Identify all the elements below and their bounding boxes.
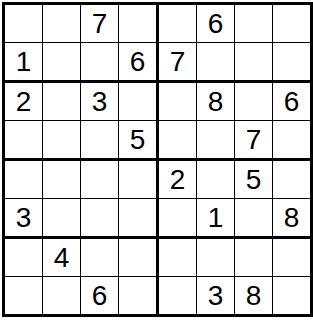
cell-r8c2[interactable] <box>43 277 81 314</box>
cell-r4c5[interactable] <box>159 121 197 161</box>
cell-r7c6[interactable] <box>197 239 235 277</box>
cell-r3c2[interactable] <box>43 83 81 121</box>
cell-r7c4[interactable] <box>119 239 159 277</box>
cell-r3c4[interactable] <box>119 83 159 121</box>
cell-r1c8[interactable] <box>273 5 310 43</box>
given-digit-r4c7[interactable]: 7 <box>235 121 273 161</box>
cell-r8c1[interactable] <box>5 277 43 314</box>
given-digit-r3c3[interactable]: 3 <box>81 83 119 121</box>
cell-r1c1[interactable] <box>5 5 43 43</box>
cell-r5c4[interactable] <box>119 161 159 199</box>
cell-r5c2[interactable] <box>43 161 81 199</box>
cell-r2c6[interactable] <box>197 43 235 83</box>
given-digit-r3c1[interactable]: 2 <box>5 83 43 121</box>
cell-r5c1[interactable] <box>5 161 43 199</box>
cell-r7c5[interactable] <box>159 239 197 277</box>
given-digit-r2c5[interactable]: 7 <box>159 43 197 83</box>
cell-r5c6[interactable] <box>197 161 235 199</box>
cell-r6c5[interactable] <box>159 199 197 239</box>
cell-r5c8[interactable] <box>273 161 310 199</box>
cell-r2c7[interactable] <box>235 43 273 83</box>
given-digit-r5c7[interactable]: 5 <box>235 161 273 199</box>
page: 76167238657253184638 <box>0 0 312 320</box>
cell-r3c7[interactable] <box>235 83 273 121</box>
given-digit-r1c3[interactable]: 7 <box>81 5 119 43</box>
given-digit-r3c6[interactable]: 8 <box>197 83 235 121</box>
given-digit-r4c4[interactable]: 5 <box>119 121 159 161</box>
cell-r2c8[interactable] <box>273 43 310 83</box>
cell-r7c3[interactable] <box>81 239 119 277</box>
cell-r2c2[interactable] <box>43 43 81 83</box>
given-digit-r2c1[interactable]: 1 <box>5 43 43 83</box>
given-digit-r5c5[interactable]: 2 <box>159 161 197 199</box>
cell-r8c4[interactable] <box>119 277 159 314</box>
given-digit-r3c8[interactable]: 6 <box>273 83 310 121</box>
given-digit-r6c6[interactable]: 1 <box>197 199 235 239</box>
cell-r2c3[interactable] <box>81 43 119 83</box>
cell-r4c1[interactable] <box>5 121 43 161</box>
cell-r6c3[interactable] <box>81 199 119 239</box>
given-digit-r8c3[interactable]: 6 <box>81 277 119 314</box>
cell-r5c3[interactable] <box>81 161 119 199</box>
cell-r4c8[interactable] <box>273 121 310 161</box>
given-digit-r7c2[interactable]: 4 <box>43 239 81 277</box>
cell-r7c1[interactable] <box>5 239 43 277</box>
cell-r4c3[interactable] <box>81 121 119 161</box>
cell-r1c7[interactable] <box>235 5 273 43</box>
cell-r6c7[interactable] <box>235 199 273 239</box>
cell-r4c6[interactable] <box>197 121 235 161</box>
given-digit-r6c8[interactable]: 8 <box>273 199 310 239</box>
cell-r3c5[interactable] <box>159 83 197 121</box>
cell-r7c8[interactable] <box>273 239 310 277</box>
given-digit-r8c6[interactable]: 3 <box>197 277 235 314</box>
cell-r4c2[interactable] <box>43 121 81 161</box>
given-digit-r6c1[interactable]: 3 <box>5 199 43 239</box>
cell-r6c4[interactable] <box>119 199 159 239</box>
sudoku-board: 76167238657253184638 <box>2 2 313 317</box>
given-digit-r8c7[interactable]: 8 <box>235 277 273 314</box>
cell-r8c5[interactable] <box>159 277 197 314</box>
cell-r6c2[interactable] <box>43 199 81 239</box>
given-digit-r2c4[interactable]: 6 <box>119 43 159 83</box>
cell-r1c2[interactable] <box>43 5 81 43</box>
cell-r1c4[interactable] <box>119 5 159 43</box>
cell-r1c5[interactable] <box>159 5 197 43</box>
given-digit-r1c6[interactable]: 6 <box>197 5 235 43</box>
cell-r7c7[interactable] <box>235 239 273 277</box>
cell-r8c8[interactable] <box>273 277 310 314</box>
